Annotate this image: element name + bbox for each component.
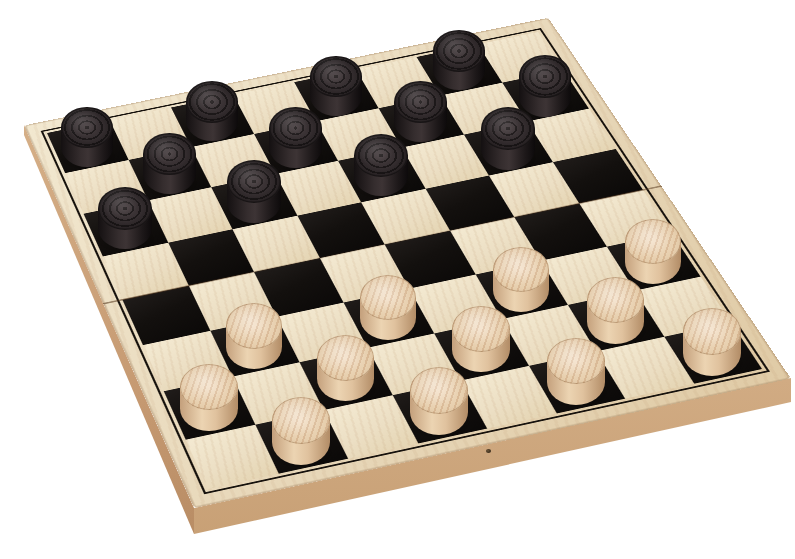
piece-top	[394, 81, 447, 123]
piece-top	[452, 306, 509, 352]
light-piece-r8c8[interactable]	[683, 308, 741, 376]
piece-top	[180, 364, 237, 410]
piece-top	[481, 107, 535, 150]
light-piece-r7c7[interactable]	[587, 277, 644, 343]
piece-top	[493, 247, 549, 292]
dark-piece-r3c1[interactable]	[98, 187, 152, 249]
piece-top	[360, 275, 416, 320]
piece-top	[519, 55, 572, 97]
piece-top	[227, 160, 281, 203]
dark-piece-r3c3[interactable]	[227, 160, 281, 222]
piece-top	[587, 277, 644, 323]
light-piece-r7c1[interactable]	[180, 364, 237, 430]
light-piece-r8c4[interactable]	[410, 367, 468, 435]
piece-top	[143, 133, 196, 175]
piece-top	[354, 134, 408, 177]
dark-piece-r3c5[interactable]	[354, 134, 408, 196]
piece-top	[269, 107, 322, 149]
piece-top	[625, 219, 681, 264]
dark-piece-r2c4[interactable]	[269, 107, 322, 168]
piece-top	[98, 187, 152, 230]
pieces-layer	[0, 0, 795, 559]
light-piece-r6c4[interactable]	[360, 275, 416, 340]
piece-top	[410, 367, 468, 414]
dark-piece-r1c1[interactable]	[61, 107, 113, 167]
piece-top	[433, 30, 485, 72]
light-piece-r8c6[interactable]	[547, 338, 605, 406]
dark-piece-r2c2[interactable]	[143, 133, 196, 194]
piece-top	[186, 81, 238, 123]
piece-top	[317, 335, 374, 381]
light-piece-r7c5[interactable]	[452, 306, 509, 372]
piece-top	[310, 56, 362, 98]
light-piece-r6c2[interactable]	[226, 303, 282, 368]
light-piece-r6c6[interactable]	[493, 247, 549, 312]
light-piece-r6c8[interactable]	[625, 219, 681, 284]
dark-piece-r3c7[interactable]	[481, 107, 535, 169]
piece-top	[272, 397, 330, 444]
piece-top	[683, 308, 741, 355]
scene: Overhead-angle photo of a folding wooden…	[0, 0, 795, 559]
piece-top	[226, 303, 282, 348]
light-piece-r7c3[interactable]	[317, 335, 374, 401]
light-piece-r8c2[interactable]	[272, 397, 330, 465]
